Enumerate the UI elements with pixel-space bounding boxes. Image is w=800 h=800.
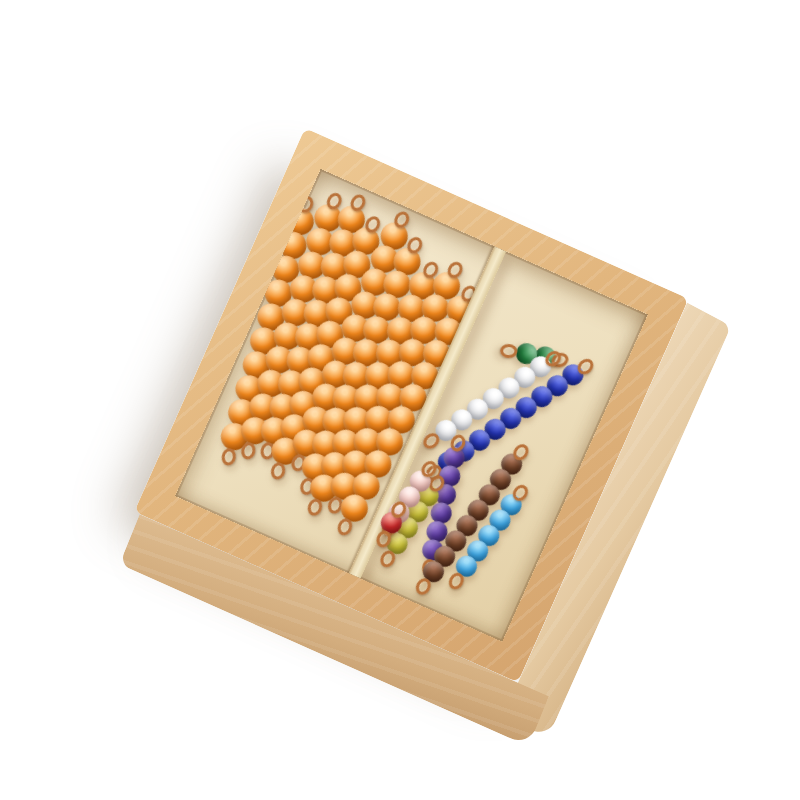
product-photo-scene (0, 0, 800, 800)
copper-wire-loop-icon (500, 343, 517, 358)
copper-wire-loop-icon (295, 194, 315, 215)
bead-box (134, 128, 689, 683)
